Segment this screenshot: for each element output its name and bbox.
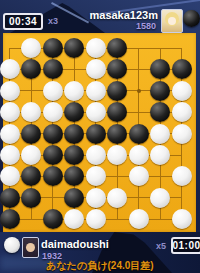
white-stone bbox=[86, 59, 106, 79]
black-stone bbox=[43, 59, 63, 79]
white-stone bbox=[129, 166, 149, 186]
white-stone bbox=[172, 209, 192, 229]
white-stone bbox=[86, 81, 106, 101]
white-stone bbox=[86, 102, 106, 122]
white-stone bbox=[21, 38, 41, 58]
white-stone bbox=[21, 102, 41, 122]
black-stone bbox=[43, 209, 63, 229]
top-player-bar: 00:34 x3 masaka123m 1580 bbox=[0, 0, 200, 33]
top-player-rating: 1580 bbox=[136, 21, 156, 31]
star-point bbox=[137, 89, 141, 93]
black-stone bbox=[0, 188, 20, 208]
white-stone bbox=[43, 102, 63, 122]
black-stone bbox=[21, 59, 41, 79]
white-stone bbox=[172, 102, 192, 122]
black-stone bbox=[64, 124, 84, 144]
bottom-player-name: daimadoushi bbox=[41, 238, 109, 250]
bottom-player-avatar[interactable] bbox=[22, 237, 39, 258]
white-stone bbox=[86, 166, 106, 186]
white-stone bbox=[107, 145, 127, 165]
white-stone bbox=[172, 81, 192, 101]
white-stone bbox=[43, 81, 63, 101]
black-stone bbox=[21, 166, 41, 186]
white-stone bbox=[21, 145, 41, 165]
game-screen: 00:34 x3 masaka123m 1580 daimadoushi 193… bbox=[0, 0, 200, 273]
white-stone bbox=[86, 188, 106, 208]
black-stone bbox=[21, 188, 41, 208]
white-stone bbox=[150, 124, 170, 144]
bottom-player-clock: 01:00 bbox=[171, 237, 200, 254]
avatar-face bbox=[168, 17, 176, 25]
avatar-face bbox=[26, 243, 35, 252]
black-stone-color-icon bbox=[183, 10, 200, 27]
bottom-player-byoyomi-count: x5 bbox=[156, 241, 166, 251]
black-stone bbox=[129, 124, 149, 144]
white-stone bbox=[64, 81, 84, 101]
white-stone bbox=[107, 188, 127, 208]
black-stone bbox=[107, 38, 127, 58]
black-stone bbox=[43, 124, 63, 144]
top-player-avatar[interactable] bbox=[161, 9, 183, 33]
white-stone bbox=[150, 145, 170, 165]
white-stone bbox=[0, 166, 20, 186]
black-stone bbox=[172, 59, 192, 79]
black-stone bbox=[107, 81, 127, 101]
white-stone bbox=[172, 166, 192, 186]
white-stone bbox=[0, 124, 20, 144]
top-player-name: masaka123m bbox=[89, 9, 158, 21]
white-stone bbox=[150, 188, 170, 208]
black-stone bbox=[64, 102, 84, 122]
white-stone bbox=[172, 124, 192, 144]
black-stone bbox=[43, 38, 63, 58]
black-stone bbox=[64, 145, 84, 165]
black-stone bbox=[43, 166, 63, 186]
black-stone bbox=[64, 38, 84, 58]
white-stone bbox=[0, 145, 20, 165]
black-stone bbox=[107, 124, 127, 144]
white-stone bbox=[86, 145, 106, 165]
top-player-clock: 00:34 bbox=[3, 13, 43, 30]
white-stone bbox=[86, 209, 106, 229]
game-result-text: あなたの負け(24.0目差) bbox=[0, 259, 200, 273]
black-stone bbox=[150, 81, 170, 101]
black-stone bbox=[21, 124, 41, 144]
black-stone bbox=[107, 102, 127, 122]
white-stone bbox=[86, 38, 106, 58]
go-board[interactable] bbox=[3, 33, 196, 232]
white-stone bbox=[129, 209, 149, 229]
black-stone bbox=[64, 188, 84, 208]
black-stone bbox=[107, 59, 127, 79]
white-stone bbox=[64, 209, 84, 229]
black-stone bbox=[43, 145, 63, 165]
top-player-byoyomi-count: x3 bbox=[48, 16, 58, 26]
white-stone bbox=[0, 59, 20, 79]
black-stone bbox=[0, 209, 20, 229]
white-stone bbox=[0, 102, 20, 122]
black-stone bbox=[150, 102, 170, 122]
white-stone-color-icon bbox=[4, 237, 20, 253]
white-stone bbox=[129, 145, 149, 165]
bottom-player-bar: daimadoushi 1932 x5 01:00 あなたの負け(24.0目差) bbox=[0, 232, 200, 273]
black-stone bbox=[64, 166, 84, 186]
black-stone bbox=[86, 124, 106, 144]
black-stone bbox=[150, 59, 170, 79]
white-stone bbox=[0, 81, 20, 101]
